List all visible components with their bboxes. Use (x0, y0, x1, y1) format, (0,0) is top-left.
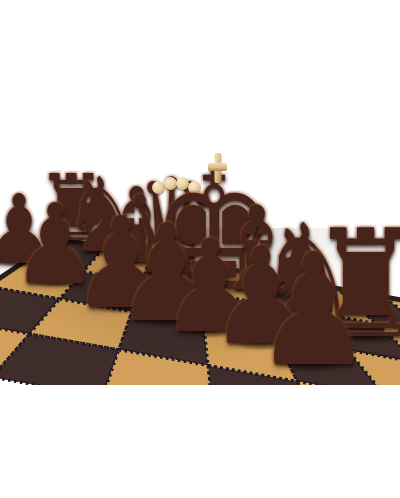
pieces-layer: ♜♞♝♛♚♝♞♜♟♟♟♟♟♟♟ (0, 0, 400, 498)
pawn-glyph: ♟ (254, 233, 372, 388)
king-cream-cross (208, 153, 227, 183)
cross-horizontal-bar (208, 163, 227, 171)
chess-set-photo: ♜♞♝♛♚♝♞♜♟♟♟♟♟♟♟ (0, 0, 400, 498)
